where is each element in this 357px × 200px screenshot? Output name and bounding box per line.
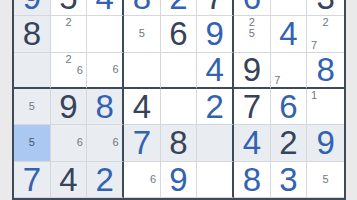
user-digit: 8 [307, 53, 344, 87]
cell-r5c7[interactable]: 4 [234, 125, 271, 161]
pencil-digit: 5 [26, 101, 37, 112]
user-digit: 9 [14, 0, 50, 15]
pencil-empty-slot [235, 17, 246, 28]
pencil-marks: 6 [88, 126, 121, 159]
pencil-empty-slot [110, 75, 121, 86]
pencil-marks: 5 [308, 163, 343, 196]
pencil-empty-slot [147, 40, 158, 51]
pencil-empty-slot [15, 101, 26, 112]
user-digit: 8 [87, 89, 122, 124]
pencil-empty-slot [37, 126, 48, 137]
pencil-empty-slot [88, 126, 99, 137]
pencil-empty-slot [246, 40, 257, 51]
pencil-empty-slot [331, 112, 343, 123]
cell-r6c6[interactable] [197, 162, 234, 198]
pencil-digit: 6 [74, 65, 85, 76]
cell-r5c2[interactable]: 6 [51, 125, 88, 161]
cell-r4c2[interactable]: 9 [51, 89, 88, 125]
pencil-empty-slot [74, 28, 85, 39]
user-digit: 3 [271, 162, 307, 197]
pencil-empty-slot [283, 75, 294, 86]
given-digit: 9 [234, 53, 270, 87]
pencil-empty-slot [136, 185, 147, 196]
pencil-empty-slot [63, 126, 74, 137]
pencil-empty-slot [235, 28, 246, 39]
cell-r5c9[interactable]: 9 [307, 125, 344, 161]
cell-r6c5[interactable]: 9 [161, 162, 198, 198]
pencil-empty-slot [63, 149, 74, 160]
cell-r2c7[interactable]: 25 [234, 16, 271, 52]
cell-r6c8[interactable]: 3 [271, 162, 308, 198]
pencil-empty-slot [110, 149, 121, 160]
pencil-empty-slot [37, 90, 48, 101]
pencil-marks: 26 [52, 54, 86, 86]
cell-r5c4[interactable]: 7 [124, 125, 161, 161]
cell-r4c7[interactable]: 7 [234, 89, 271, 125]
pencil-empty-slot [331, 174, 343, 185]
pencil-empty-slot [294, 54, 305, 65]
pencil-empty-slot [331, 163, 343, 174]
pencil-empty-slot [125, 28, 136, 39]
pencil-empty-slot [125, 40, 136, 51]
cell-r2c3[interactable] [87, 16, 124, 52]
pencil-empty-slot [37, 101, 48, 112]
pencil-empty-slot [74, 54, 85, 65]
pencil-empty-slot [52, 65, 63, 76]
pencil-empty-slot [52, 40, 63, 51]
cell-r4c6[interactable]: 2 [197, 89, 234, 125]
cell-r5c5[interactable]: 8 [161, 125, 198, 161]
pencil-empty-slot [88, 54, 99, 65]
pencil-digit: 5 [246, 28, 257, 39]
pencil-marks: 5 [15, 126, 49, 159]
user-digit: 9 [161, 162, 197, 197]
pencil-empty-slot [125, 174, 136, 185]
user-digit: 8 [124, 0, 160, 15]
pencil-digit: 7 [272, 75, 283, 86]
pencil-empty-slot [37, 149, 48, 160]
cell-r1c3[interactable]: 4 [87, 0, 124, 16]
pencil-empty-slot [283, 54, 294, 65]
cell-r5c6[interactable] [197, 125, 234, 161]
pencil-digit: 6 [110, 64, 121, 75]
pencil-empty-slot [320, 185, 332, 196]
pencil-digit: 5 [136, 28, 147, 39]
user-digit: 6 [271, 89, 307, 124]
cell-r2c6[interactable]: 9 [197, 16, 234, 52]
given-digit: 8 [14, 16, 50, 51]
pencil-empty-slot [331, 40, 343, 51]
cell-r4c3[interactable]: 8 [87, 89, 124, 125]
pencil-empty-slot [320, 28, 332, 39]
given-digit: 4 [124, 89, 160, 124]
pencil-empty-slot [308, 163, 320, 174]
user-digit: 9 [307, 125, 344, 160]
cell-r2c2[interactable]: 2 [51, 16, 88, 52]
pencil-marks: 6 [125, 163, 159, 196]
pencil-empty-slot [147, 28, 158, 39]
pencil-empty-slot [63, 28, 74, 39]
pencil-empty-slot [136, 40, 147, 51]
cell-r2c9[interactable]: 27 [307, 16, 344, 52]
pencil-empty-slot [52, 76, 63, 86]
cell-r3c9[interactable]: 8 [307, 53, 344, 89]
pencil-empty-slot [136, 163, 147, 174]
pencil-empty-slot [88, 64, 99, 75]
pencil-empty-slot [88, 149, 99, 160]
given-digit: 8 [161, 125, 197, 160]
cell-r5c1[interactable]: 5 [14, 125, 51, 161]
pencil-empty-slot [308, 17, 320, 28]
cell-r4c5[interactable] [161, 89, 198, 125]
pencil-empty-slot [320, 90, 332, 101]
pencil-empty-slot [235, 40, 246, 51]
pencil-empty-slot [331, 28, 343, 39]
pencil-empty-slot [15, 149, 26, 160]
pencil-empty-slot [147, 17, 158, 28]
cell-r3c7[interactable]: 9 [234, 53, 271, 89]
pencil-marks: 2 [52, 17, 86, 50]
given-digit: 4 [51, 162, 87, 197]
cell-r6c2[interactable]: 4 [51, 162, 88, 198]
pencil-empty-slot [308, 174, 320, 185]
pencil-empty-slot [257, 28, 268, 39]
pencil-empty-slot [74, 149, 85, 160]
user-digit: 2 [161, 0, 197, 15]
sudoku-app-screen: 9548276382569254272664978598427615667842… [0, 0, 357, 200]
pencil-digit: 2 [320, 17, 332, 28]
pencil-empty-slot [331, 101, 343, 112]
pencil-empty-slot [63, 137, 74, 148]
pencil-empty-slot [99, 149, 110, 160]
cell-r3c3[interactable]: 6 [87, 53, 124, 89]
pencil-digit: 5 [320, 174, 332, 185]
pencil-empty-slot [125, 163, 136, 174]
pencil-empty-slot [52, 17, 63, 28]
user-digit: 8 [234, 162, 270, 197]
user-digit: 4 [87, 0, 122, 15]
pencil-empty-slot [331, 90, 343, 101]
cell-r1c4[interactable]: 8 [124, 0, 161, 16]
given-digit: 3 [307, 0, 344, 15]
given-digit: 5 [51, 0, 87, 15]
pencil-marks: 5 [15, 90, 49, 123]
pencil-empty-slot [15, 137, 26, 148]
cell-r4c8[interactable]: 6 [271, 89, 308, 125]
pencil-marks: 7 [272, 54, 306, 86]
pencil-empty-slot [308, 112, 320, 123]
pencil-empty-slot [294, 75, 305, 86]
pencil-digit: 6 [110, 137, 121, 148]
pencil-empty-slot [320, 101, 332, 112]
cell-r1c2[interactable]: 5 [51, 0, 88, 16]
pencil-marks: 1 [308, 90, 343, 123]
pencil-digit: 5 [26, 137, 37, 148]
pencil-empty-slot [99, 126, 110, 137]
pencil-marks: 25 [235, 17, 269, 50]
cell-r6c3[interactable]: 2 [87, 162, 124, 198]
cell-r2c5[interactable]: 6 [161, 16, 198, 52]
pencil-empty-slot [63, 65, 74, 76]
user-digit: 2 [197, 89, 232, 124]
pencil-empty-slot [74, 40, 85, 51]
user-digit: 9 [197, 16, 232, 51]
cell-r6c4[interactable]: 6 [124, 162, 161, 198]
cell-r4c4[interactable]: 4 [124, 89, 161, 125]
cell-r2c8[interactable]: 4 [271, 16, 308, 52]
pencil-empty-slot [331, 185, 343, 196]
pencil-empty-slot [63, 76, 74, 86]
cell-r1c8[interactable] [271, 0, 308, 16]
pencil-empty-slot [99, 137, 110, 148]
pencil-empty-slot [74, 76, 85, 86]
cell-r6c1[interactable]: 7 [14, 162, 51, 198]
pencil-empty-slot [88, 137, 99, 148]
pencil-marks: 5 [125, 17, 159, 50]
cell-r2c4[interactable]: 5 [124, 16, 161, 52]
cell-r1c1[interactable]: 9 [14, 0, 51, 16]
pencil-empty-slot [15, 90, 26, 101]
pencil-empty-slot [125, 185, 136, 196]
user-digit: 4 [271, 16, 307, 51]
pencil-empty-slot [52, 137, 63, 148]
pencil-digit: 2 [63, 54, 74, 65]
pencil-empty-slot [320, 112, 332, 123]
given-digit: 9 [51, 89, 87, 124]
pencil-empty-slot [37, 137, 48, 148]
pencil-empty-slot [136, 174, 147, 185]
pencil-empty-slot [74, 17, 85, 28]
pencil-empty-slot [15, 112, 26, 123]
pencil-digit: 6 [147, 174, 158, 185]
pencil-empty-slot [272, 54, 283, 65]
pencil-empty-slot [331, 17, 343, 28]
pencil-marks: 6 [52, 126, 86, 159]
pencil-empty-slot [147, 185, 158, 196]
cell-r3c5[interactable] [161, 53, 198, 89]
pencil-digit: 6 [74, 137, 85, 148]
pencil-empty-slot [320, 40, 332, 51]
pencil-empty-slot [15, 126, 26, 137]
user-digit: 6 [234, 0, 270, 15]
pencil-empty-slot [99, 75, 110, 86]
sudoku-board: 9548276382569254272664978598427615667842… [12, 0, 346, 200]
pencil-empty-slot [63, 40, 74, 51]
pencil-empty-slot [294, 64, 305, 75]
pencil-empty-slot [283, 64, 294, 75]
cell-r5c8[interactable]: 2 [271, 125, 308, 161]
pencil-empty-slot [52, 54, 63, 65]
pencil-digit: 2 [63, 17, 74, 28]
pencil-empty-slot [99, 64, 110, 75]
pencil-empty-slot [26, 149, 37, 160]
pencil-empty-slot [99, 54, 110, 65]
pencil-empty-slot [125, 17, 136, 28]
cell-r3c1[interactable] [14, 53, 51, 89]
cell-r4c9[interactable]: 1 [307, 89, 344, 125]
cell-r1c7[interactable]: 6 [234, 0, 271, 16]
cell-r1c6[interactable]: 7 [197, 0, 234, 16]
cell-r2c1[interactable]: 8 [14, 16, 51, 52]
pencil-empty-slot [37, 112, 48, 123]
pencil-empty-slot [52, 28, 63, 39]
cell-r3c4[interactable] [124, 53, 161, 89]
pencil-empty-slot [308, 185, 320, 196]
pencil-empty-slot [308, 101, 320, 112]
pencil-empty-slot [52, 126, 63, 137]
given-digit: 2 [271, 125, 307, 160]
pencil-empty-slot [52, 149, 63, 160]
user-digit: 2 [87, 162, 122, 197]
cell-r1c5[interactable]: 2 [161, 0, 198, 16]
given-digit: 7 [234, 89, 270, 124]
cell-r6c9[interactable]: 5 [307, 162, 344, 198]
user-digit: 4 [197, 53, 232, 87]
pencil-empty-slot [88, 75, 99, 86]
pencil-marks: 6 [88, 54, 121, 86]
cell-r1c9[interactable]: 3 [307, 0, 344, 16]
cell-r4c1[interactable]: 5 [14, 89, 51, 125]
user-digit: 7 [14, 162, 50, 197]
cell-r6c7[interactable]: 8 [234, 162, 271, 198]
pencil-empty-slot [308, 28, 320, 39]
cell-r3c8[interactable]: 7 [271, 53, 308, 89]
given-digit: 6 [161, 16, 197, 51]
given-digit: 7 [197, 0, 232, 15]
user-digit: 7 [124, 125, 160, 160]
pencil-marks: 27 [308, 17, 343, 50]
user-digit: 4 [234, 125, 270, 160]
cell-r3c6[interactable]: 4 [197, 53, 234, 89]
pencil-digit: 7 [308, 40, 320, 51]
pencil-empty-slot [257, 17, 268, 28]
cell-r3c2[interactable]: 26 [51, 53, 88, 89]
pencil-empty-slot [26, 112, 37, 123]
pencil-empty-slot [257, 40, 268, 51]
pencil-digit: 1 [308, 90, 320, 101]
cell-r5c3[interactable]: 6 [87, 125, 124, 161]
